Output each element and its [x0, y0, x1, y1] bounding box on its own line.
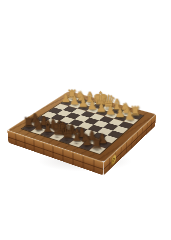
product-photo: ♜♞♝♚♛♝♞♜♟♟♟♟♟♟♟♟♟♟♟♟♟♟♟♟♜♞♝♚♛♝♞♜ — [0, 0, 171, 240]
white-pawn: ♟ — [124, 110, 135, 122]
brass-clasp-icon[interactable] — [111, 154, 116, 166]
square-a8[interactable]: ♜ — [89, 145, 106, 154]
square-d4[interactable] — [84, 118, 99, 125]
black-rook: ♜ — [90, 136, 102, 150]
square-c4[interactable] — [93, 120, 108, 127]
clasp-ring-icon — [112, 157, 114, 163]
chess-box: ♜♞♝♚♛♝♞♜♟♟♟♟♟♟♟♟♟♟♟♟♟♟♟♟♜♞♝♚♛♝♞♜ — [7, 91, 156, 162]
scene-3d: ♜♞♝♚♛♝♞♜♟♟♟♟♟♟♟♟♟♟♟♟♟♟♟♟♜♞♝♚♛♝♞♜ — [30, 68, 138, 176]
